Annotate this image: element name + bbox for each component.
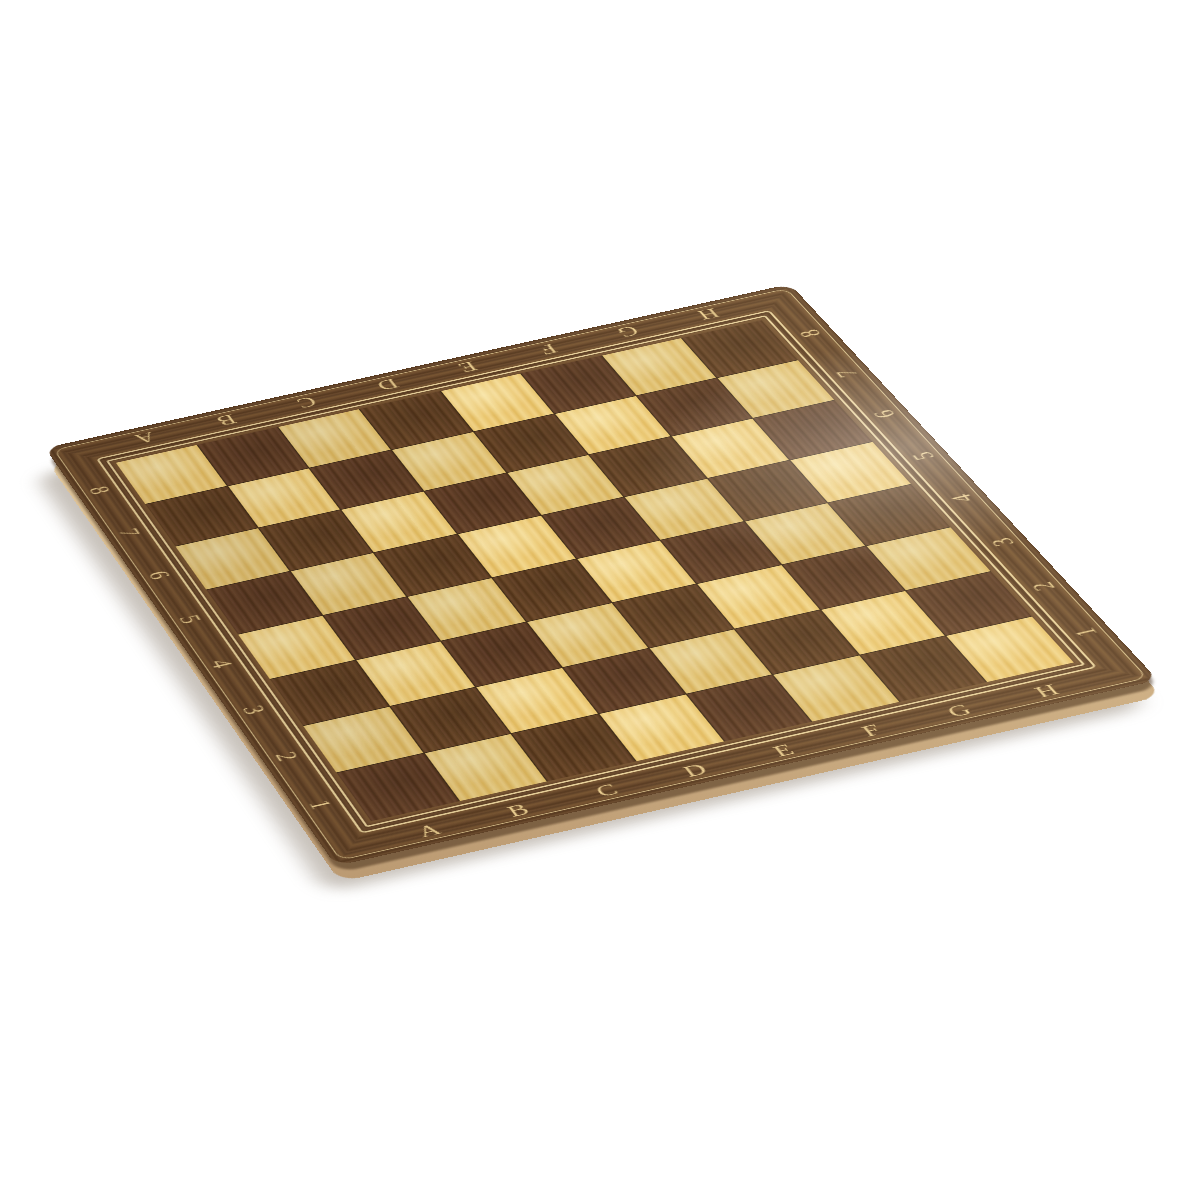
product-photo-scene: ABCDEFGH ABCDEFGH 87654321 87654321 [0, 0, 1200, 1200]
chessboard: ABCDEFGH ABCDEFGH 87654321 87654321 [45, 284, 1158, 866]
